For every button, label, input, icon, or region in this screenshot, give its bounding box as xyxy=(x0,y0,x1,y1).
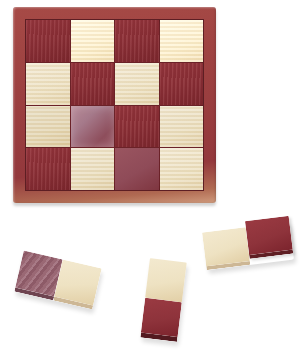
board-cell-r2c2[interactable] xyxy=(71,63,115,105)
piece-half-light xyxy=(53,260,101,310)
board-cell-r3c2[interactable] xyxy=(71,106,115,148)
board-cell-r2c3[interactable] xyxy=(115,63,159,105)
board-cell-r1c2[interactable] xyxy=(71,20,115,62)
board-cell-r2c4[interactable] xyxy=(160,63,204,105)
board-cell-r4c2[interactable] xyxy=(71,148,115,190)
board-cell-r1c1[interactable] xyxy=(26,20,70,62)
puzzle-box xyxy=(13,7,216,203)
domino-left[interactable] xyxy=(14,251,101,310)
piece-half-light xyxy=(145,258,187,302)
board-cell-r4c1[interactable] xyxy=(26,148,70,190)
board-cell-r2c1[interactable] xyxy=(26,63,70,105)
piece-half-dark xyxy=(245,216,293,259)
board-cell-r3c4[interactable] xyxy=(160,106,204,148)
domino-right[interactable] xyxy=(202,222,294,270)
piece-half-light xyxy=(202,227,250,270)
board-cell-r3c3[interactable] xyxy=(115,106,159,148)
board-cell-r3c1[interactable] xyxy=(26,106,70,148)
board-grid xyxy=(25,19,204,191)
board-cell-r4c3[interactable] xyxy=(115,148,159,190)
piece-half-dark xyxy=(140,298,182,342)
board-cell-r4c4[interactable] xyxy=(160,148,204,190)
board-cell-r1c3[interactable] xyxy=(115,20,159,62)
board-cell-r1c4[interactable] xyxy=(160,20,204,62)
domino-middle[interactable] xyxy=(140,258,186,342)
photo-stage xyxy=(0,0,300,353)
